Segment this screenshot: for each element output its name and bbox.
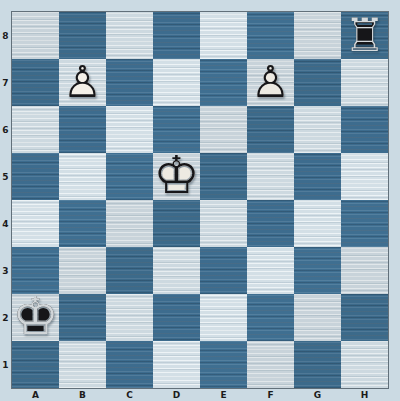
square-h3[interactable]: [341, 247, 388, 294]
square-b4[interactable]: [59, 200, 106, 247]
square-c1[interactable]: [106, 341, 153, 388]
square-a5[interactable]: [12, 153, 59, 200]
file-label-b: B: [59, 389, 106, 401]
square-h5[interactable]: [341, 153, 388, 200]
rank-label-7: 7: [0, 59, 11, 106]
file-label-e: E: [200, 389, 247, 401]
square-b6[interactable]: [59, 106, 106, 153]
square-b5[interactable]: [59, 153, 106, 200]
black-king-outline-icon: ♔: [12, 290, 59, 342]
square-c4[interactable]: [106, 200, 153, 247]
square-d8[interactable]: [153, 12, 200, 59]
square-b7[interactable]: ♟♙: [59, 59, 106, 106]
square-g1[interactable]: [294, 341, 341, 388]
square-c2[interactable]: [106, 294, 153, 341]
square-d7[interactable]: [153, 59, 200, 106]
black-rook[interactable]: ♜♖: [341, 12, 388, 59]
square-c8[interactable]: [106, 12, 153, 59]
square-g8[interactable]: [294, 12, 341, 59]
square-c7[interactable]: [106, 59, 153, 106]
file-label-a: A: [12, 389, 59, 401]
chess-app-frame: ♜♖♟♙♟♙♚♔♚♔ 87654321 ABCDEFGH: [0, 0, 400, 401]
rank-label-8: 8: [0, 12, 11, 59]
square-f4[interactable]: [247, 200, 294, 247]
black-rook-outline-icon: ♖: [344, 11, 385, 57]
square-d2[interactable]: [153, 294, 200, 341]
square-a6[interactable]: [12, 106, 59, 153]
square-f1[interactable]: [247, 341, 294, 388]
file-label-f: F: [247, 389, 294, 401]
square-c3[interactable]: [106, 247, 153, 294]
square-h1[interactable]: [341, 341, 388, 388]
square-f2[interactable]: [247, 294, 294, 341]
file-label-d: D: [153, 389, 200, 401]
square-f3[interactable]: [247, 247, 294, 294]
square-b3[interactable]: [59, 247, 106, 294]
square-h4[interactable]: [341, 200, 388, 247]
square-h2[interactable]: [341, 294, 388, 341]
square-c5[interactable]: [106, 153, 153, 200]
rank-label-3: 3: [0, 247, 11, 294]
square-e2[interactable]: [200, 294, 247, 341]
square-f8[interactable]: [247, 12, 294, 59]
rank-label-5: 5: [0, 153, 11, 200]
rank-label-4: 4: [0, 200, 11, 247]
square-b8[interactable]: [59, 12, 106, 59]
file-label-g: G: [294, 389, 341, 401]
white-king[interactable]: ♚♔: [153, 153, 200, 200]
square-f7[interactable]: ♟♙: [247, 59, 294, 106]
square-d4[interactable]: [153, 200, 200, 247]
square-h7[interactable]: [341, 59, 388, 106]
file-label-h: H: [341, 389, 388, 401]
white-pawn-outline-icon: ♙: [251, 59, 290, 103]
square-g5[interactable]: [294, 153, 341, 200]
white-king-outline-icon: ♔: [153, 149, 200, 201]
square-c6[interactable]: [106, 106, 153, 153]
square-f5[interactable]: [247, 153, 294, 200]
square-h6[interactable]: [341, 106, 388, 153]
square-f6[interactable]: [247, 106, 294, 153]
square-e7[interactable]: [200, 59, 247, 106]
white-pawn-outline-icon: ♙: [63, 59, 102, 103]
rank-label-6: 6: [0, 106, 11, 153]
square-e1[interactable]: [200, 341, 247, 388]
square-a1[interactable]: [12, 341, 59, 388]
file-label-c: C: [106, 389, 153, 401]
square-e3[interactable]: [200, 247, 247, 294]
square-b1[interactable]: [59, 341, 106, 388]
square-a8[interactable]: [12, 12, 59, 59]
square-g7[interactable]: [294, 59, 341, 106]
white-pawn[interactable]: ♟♙: [59, 59, 106, 106]
square-g6[interactable]: [294, 106, 341, 153]
square-h8[interactable]: ♜♖: [341, 12, 388, 59]
square-e5[interactable]: [200, 153, 247, 200]
square-a2[interactable]: ♚♔: [12, 294, 59, 341]
square-d3[interactable]: [153, 247, 200, 294]
chess-board: ♜♖♟♙♟♙♚♔♚♔: [11, 11, 389, 389]
square-e8[interactable]: [200, 12, 247, 59]
square-a4[interactable]: [12, 200, 59, 247]
square-g4[interactable]: [294, 200, 341, 247]
square-b2[interactable]: [59, 294, 106, 341]
square-d1[interactable]: [153, 341, 200, 388]
square-g2[interactable]: [294, 294, 341, 341]
square-d5[interactable]: ♚♔: [153, 153, 200, 200]
rank-label-2: 2: [0, 294, 11, 341]
square-g3[interactable]: [294, 247, 341, 294]
black-king[interactable]: ♚♔: [12, 294, 59, 341]
square-e4[interactable]: [200, 200, 247, 247]
white-pawn[interactable]: ♟♙: [247, 59, 294, 106]
rank-label-1: 1: [0, 341, 11, 388]
square-a7[interactable]: [12, 59, 59, 106]
square-e6[interactable]: [200, 106, 247, 153]
